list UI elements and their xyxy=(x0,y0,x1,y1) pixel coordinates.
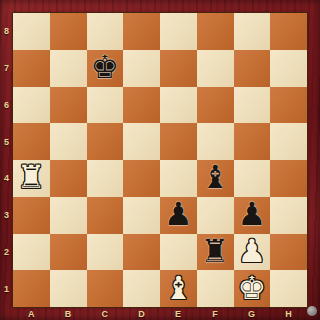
square-f1[interactable] xyxy=(197,270,234,307)
square-d6[interactable] xyxy=(123,87,160,124)
square-c8[interactable] xyxy=(87,13,124,50)
rank-label: 3 xyxy=(0,197,13,234)
square-c2[interactable] xyxy=(87,234,124,271)
square-h1[interactable] xyxy=(270,270,307,307)
piece-black-pawn[interactable]: ♟ xyxy=(238,198,267,230)
file-label: H xyxy=(270,307,307,320)
piece-white-king[interactable]: ♚ xyxy=(238,272,267,304)
square-h8[interactable] xyxy=(270,13,307,50)
chess-board: ♚♜♝♟♟♜♟♝♚ xyxy=(13,13,307,307)
square-d3[interactable] xyxy=(123,197,160,234)
square-a7[interactable] xyxy=(13,50,50,87)
square-g3[interactable]: ♟ xyxy=(234,197,271,234)
file-labels: ABCDEFGH xyxy=(13,307,307,320)
square-f2[interactable]: ♜ xyxy=(197,234,234,271)
piece-black-rook[interactable]: ♜ xyxy=(201,235,230,267)
rank-labels: 87654321 xyxy=(0,13,13,307)
square-g5[interactable] xyxy=(234,123,271,160)
rank-label: 7 xyxy=(0,50,13,87)
square-h7[interactable] xyxy=(270,50,307,87)
square-h3[interactable] xyxy=(270,197,307,234)
square-f8[interactable] xyxy=(197,13,234,50)
square-b7[interactable] xyxy=(50,50,87,87)
rank-label: 2 xyxy=(0,234,13,271)
square-a6[interactable] xyxy=(13,87,50,124)
square-e6[interactable] xyxy=(160,87,197,124)
square-c4[interactable] xyxy=(87,160,124,197)
file-label: F xyxy=(197,307,234,320)
square-f7[interactable] xyxy=(197,50,234,87)
square-c6[interactable] xyxy=(87,87,124,124)
square-h5[interactable] xyxy=(270,123,307,160)
square-g8[interactable] xyxy=(234,13,271,50)
piece-white-rook[interactable]: ♜ xyxy=(17,161,46,193)
square-h4[interactable] xyxy=(270,160,307,197)
square-g7[interactable] xyxy=(234,50,271,87)
file-label: A xyxy=(13,307,50,320)
square-h2[interactable] xyxy=(270,234,307,271)
piece-black-pawn[interactable]: ♟ xyxy=(164,198,193,230)
rank-label: 1 xyxy=(0,270,13,307)
square-c1[interactable] xyxy=(87,270,124,307)
square-c7[interactable]: ♚ xyxy=(87,50,124,87)
square-d4[interactable] xyxy=(123,160,160,197)
square-a5[interactable] xyxy=(13,123,50,160)
chess-diagram: 87654321 ♚♜♝♟♟♜♟♝♚ ABCDEFGH xyxy=(0,0,320,320)
rank-label: 6 xyxy=(0,87,13,124)
square-e1[interactable]: ♝ xyxy=(160,270,197,307)
file-label: C xyxy=(87,307,124,320)
square-a8[interactable] xyxy=(13,13,50,50)
square-a2[interactable] xyxy=(13,234,50,271)
square-f4[interactable]: ♝ xyxy=(197,160,234,197)
square-b3[interactable] xyxy=(50,197,87,234)
square-b2[interactable] xyxy=(50,234,87,271)
file-label: B xyxy=(50,307,87,320)
square-a1[interactable] xyxy=(13,270,50,307)
square-a3[interactable] xyxy=(13,197,50,234)
rank-label: 8 xyxy=(0,13,13,50)
square-a4[interactable]: ♜ xyxy=(13,160,50,197)
square-c5[interactable] xyxy=(87,123,124,160)
square-b1[interactable] xyxy=(50,270,87,307)
square-g2[interactable]: ♟ xyxy=(234,234,271,271)
square-e3[interactable]: ♟ xyxy=(160,197,197,234)
piece-black-bishop[interactable]: ♝ xyxy=(201,161,230,193)
square-b5[interactable] xyxy=(50,123,87,160)
piece-black-king[interactable]: ♚ xyxy=(91,51,120,83)
square-b4[interactable] xyxy=(50,160,87,197)
square-d2[interactable] xyxy=(123,234,160,271)
square-b6[interactable] xyxy=(50,87,87,124)
square-f6[interactable] xyxy=(197,87,234,124)
square-e4[interactable] xyxy=(160,160,197,197)
square-e8[interactable] xyxy=(160,13,197,50)
square-g6[interactable] xyxy=(234,87,271,124)
square-f5[interactable] xyxy=(197,123,234,160)
corner-dot xyxy=(307,306,317,316)
square-d7[interactable] xyxy=(123,50,160,87)
square-d5[interactable] xyxy=(123,123,160,160)
square-e2[interactable] xyxy=(160,234,197,271)
rank-label: 4 xyxy=(0,160,13,197)
square-h6[interactable] xyxy=(270,87,307,124)
file-label: E xyxy=(160,307,197,320)
square-d1[interactable] xyxy=(123,270,160,307)
square-c3[interactable] xyxy=(87,197,124,234)
rank-label: 5 xyxy=(0,123,13,160)
square-f3[interactable] xyxy=(197,197,234,234)
square-d8[interactable] xyxy=(123,13,160,50)
square-g1[interactable]: ♚ xyxy=(234,270,271,307)
piece-white-bishop[interactable]: ♝ xyxy=(164,272,193,304)
file-label: G xyxy=(234,307,271,320)
square-g4[interactable] xyxy=(234,160,271,197)
square-e5[interactable] xyxy=(160,123,197,160)
piece-white-pawn[interactable]: ♟ xyxy=(238,235,267,267)
square-e7[interactable] xyxy=(160,50,197,87)
file-label: D xyxy=(123,307,160,320)
square-b8[interactable] xyxy=(50,13,87,50)
